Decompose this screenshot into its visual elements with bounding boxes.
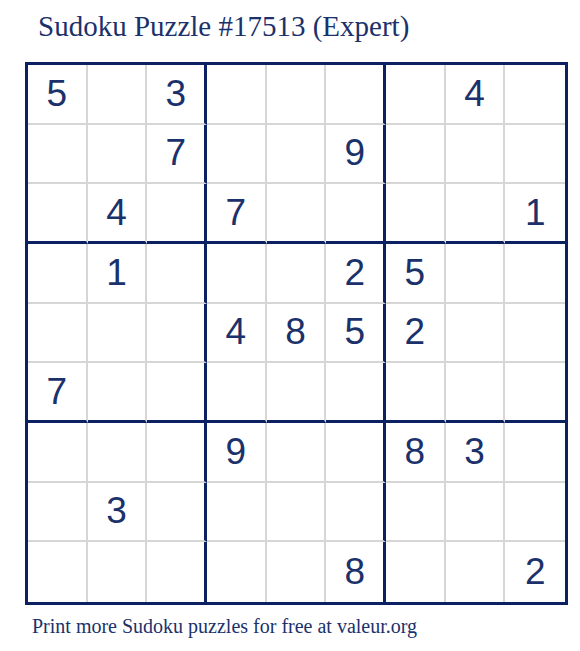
- cell-r8c1[interactable]: [28, 483, 88, 543]
- cell-r3c1[interactable]: [28, 184, 88, 244]
- cell-r5c4[interactable]: 4: [207, 304, 267, 364]
- cell-r2c4[interactable]: [207, 125, 267, 185]
- cell-r8c6[interactable]: [326, 483, 386, 543]
- cell-r2c6[interactable]: 9: [326, 125, 386, 185]
- cell-r2c3[interactable]: 7: [147, 125, 207, 185]
- sudoku-page: Sudoku Puzzle #17513 (Expert) 5347947112…: [0, 0, 580, 651]
- cell-r8c3[interactable]: [147, 483, 207, 543]
- cell-r1c3[interactable]: 3: [147, 65, 207, 125]
- cell-r3c7[interactable]: [386, 184, 446, 244]
- cell-r6c8[interactable]: [446, 363, 506, 423]
- cell-r2c8[interactable]: [446, 125, 506, 185]
- cell-r9c7[interactable]: [386, 542, 446, 602]
- cell-r3c6[interactable]: [326, 184, 386, 244]
- cell-r4c3[interactable]: [147, 244, 207, 304]
- cell-r3c5[interactable]: [267, 184, 327, 244]
- cell-r6c9[interactable]: [505, 363, 565, 423]
- cell-r7c5[interactable]: [267, 423, 327, 483]
- cell-r4c1[interactable]: [28, 244, 88, 304]
- cell-r8c2[interactable]: 3: [88, 483, 148, 543]
- cell-r1c4[interactable]: [207, 65, 267, 125]
- cell-r8c5[interactable]: [267, 483, 327, 543]
- cell-r7c9[interactable]: [505, 423, 565, 483]
- cell-r5c6[interactable]: 5: [326, 304, 386, 364]
- cell-r9c8[interactable]: [446, 542, 506, 602]
- cell-r1c8[interactable]: 4: [446, 65, 506, 125]
- cell-r5c1[interactable]: [28, 304, 88, 364]
- cell-r2c5[interactable]: [267, 125, 327, 185]
- cell-r5c8[interactable]: [446, 304, 506, 364]
- cell-r5c3[interactable]: [147, 304, 207, 364]
- cell-r1c5[interactable]: [267, 65, 327, 125]
- cell-r7c8[interactable]: 3: [446, 423, 506, 483]
- cell-r8c7[interactable]: [386, 483, 446, 543]
- cell-r6c3[interactable]: [147, 363, 207, 423]
- cell-r3c4[interactable]: 7: [207, 184, 267, 244]
- cell-r7c2[interactable]: [88, 423, 148, 483]
- cell-r1c1[interactable]: 5: [28, 65, 88, 125]
- cell-r9c4[interactable]: [207, 542, 267, 602]
- page-title: Sudoku Puzzle #17513 (Expert): [38, 10, 409, 43]
- cell-r3c8[interactable]: [446, 184, 506, 244]
- cell-r6c5[interactable]: [267, 363, 327, 423]
- cell-r8c8[interactable]: [446, 483, 506, 543]
- cell-r7c3[interactable]: [147, 423, 207, 483]
- cell-r9c9[interactable]: 2: [505, 542, 565, 602]
- cell-r3c3[interactable]: [147, 184, 207, 244]
- cell-r9c1[interactable]: [28, 542, 88, 602]
- cell-r3c2[interactable]: 4: [88, 184, 148, 244]
- cell-r4c7[interactable]: 5: [386, 244, 446, 304]
- cell-r9c3[interactable]: [147, 542, 207, 602]
- cell-r4c8[interactable]: [446, 244, 506, 304]
- cell-r9c5[interactable]: [267, 542, 327, 602]
- cell-r1c2[interactable]: [88, 65, 148, 125]
- cell-r2c9[interactable]: [505, 125, 565, 185]
- cell-r6c4[interactable]: [207, 363, 267, 423]
- cell-r6c2[interactable]: [88, 363, 148, 423]
- cell-r5c2[interactable]: [88, 304, 148, 364]
- cell-r6c1[interactable]: 7: [28, 363, 88, 423]
- cell-r5c9[interactable]: [505, 304, 565, 364]
- cell-r8c4[interactable]: [207, 483, 267, 543]
- cell-r6c7[interactable]: [386, 363, 446, 423]
- cell-r7c7[interactable]: 8: [386, 423, 446, 483]
- cell-r4c4[interactable]: [207, 244, 267, 304]
- cell-r4c9[interactable]: [505, 244, 565, 304]
- cell-r3c9[interactable]: 1: [505, 184, 565, 244]
- footer-text: Print more Sudoku puzzles for free at va…: [32, 615, 417, 638]
- cell-r8c9[interactable]: [505, 483, 565, 543]
- cell-r6c6[interactable]: [326, 363, 386, 423]
- cell-r1c9[interactable]: [505, 65, 565, 125]
- cell-r5c7[interactable]: 2: [386, 304, 446, 364]
- sudoku-board: 5347947112548527983382: [25, 62, 568, 605]
- cell-r5c5[interactable]: 8: [267, 304, 327, 364]
- cell-r1c7[interactable]: [386, 65, 446, 125]
- cell-r2c7[interactable]: [386, 125, 446, 185]
- cell-r7c6[interactable]: [326, 423, 386, 483]
- cell-r1c6[interactable]: [326, 65, 386, 125]
- cell-r4c2[interactable]: 1: [88, 244, 148, 304]
- cell-r4c5[interactable]: [267, 244, 327, 304]
- cell-r2c1[interactable]: [28, 125, 88, 185]
- cell-r2c2[interactable]: [88, 125, 148, 185]
- cell-r9c2[interactable]: [88, 542, 148, 602]
- cell-r7c1[interactable]: [28, 423, 88, 483]
- cell-r7c4[interactable]: 9: [207, 423, 267, 483]
- cell-r4c6[interactable]: 2: [326, 244, 386, 304]
- cell-r9c6[interactable]: 8: [326, 542, 386, 602]
